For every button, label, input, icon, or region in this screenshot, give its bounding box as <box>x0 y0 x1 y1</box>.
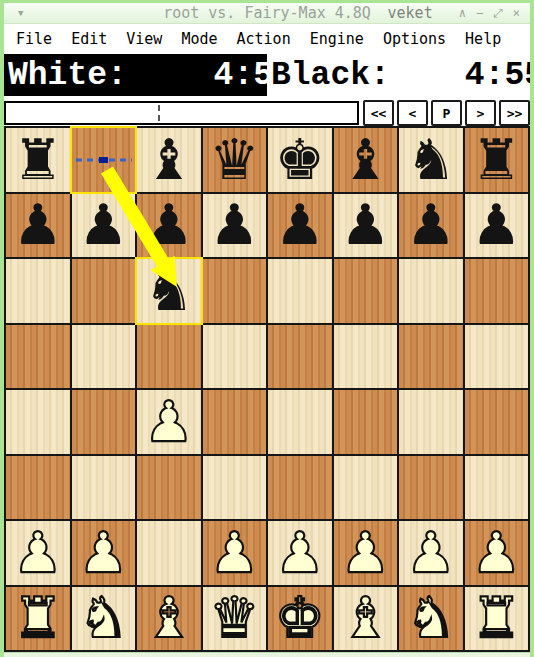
square-c1[interactable]: ♝ <box>137 587 201 651</box>
clock-row: White: 4:5 Black: 4:55 <box>4 54 530 96</box>
square-d8[interactable]: ♛ <box>203 128 267 192</box>
menu-item-mode[interactable]: Mode <box>174 30 224 48</box>
menu-bar: FileEditViewModeActionEngineOptionsHelp <box>4 24 530 54</box>
square-g8[interactable]: ♞ <box>399 128 463 192</box>
black-pawn[interactable]: ♟ <box>471 194 521 256</box>
square-b6[interactable] <box>72 259 136 323</box>
square-h1[interactable]: ♜ <box>465 587 529 651</box>
white-pawn[interactable]: ♟ <box>78 522 128 584</box>
white-pawn[interactable]: ♟ <box>144 391 194 453</box>
square-f2[interactable]: ♟ <box>334 521 398 585</box>
square-f6[interactable] <box>334 259 398 323</box>
window-menu-icon[interactable]: ▼ <box>18 8 23 18</box>
square-f1[interactable]: ♝ <box>334 587 398 651</box>
square-e2[interactable]: ♟ <box>268 521 332 585</box>
minimize-icon[interactable]: − <box>476 7 483 19</box>
square-a8[interactable]: ♜ <box>6 128 70 192</box>
square-e1[interactable]: ♚ <box>268 587 332 651</box>
close-icon[interactable]: × <box>513 7 520 19</box>
white-knight[interactable]: ♞ <box>78 587 128 649</box>
move-input[interactable]: 1... Nc6 <box>4 101 359 125</box>
window-content: FileEditViewModeActionEngineOptionsHelp … <box>4 24 530 652</box>
pause-button[interactable]: P <box>431 100 462 126</box>
square-e6[interactable] <box>268 259 332 323</box>
white-clock-time: 4:5 <box>214 57 267 94</box>
square-b3[interactable] <box>72 456 136 520</box>
square-f4[interactable] <box>334 390 398 454</box>
black-clock-label: Black: <box>271 57 390 94</box>
white-pawn[interactable]: ♟ <box>275 522 325 584</box>
square-d2[interactable]: ♟ <box>203 521 267 585</box>
square-c5[interactable] <box>137 325 201 389</box>
black-knight[interactable]: ♞ <box>144 260 194 322</box>
square-b7[interactable]: ♟ <box>72 194 136 258</box>
black-pawn[interactable]: ♟ <box>13 194 63 256</box>
square-d6[interactable] <box>203 259 267 323</box>
back-button[interactable]: < <box>397 100 428 126</box>
menu-item-view[interactable]: View <box>119 30 169 48</box>
white-king[interactable]: ♚ <box>275 587 325 649</box>
square-e7[interactable]: ♟ <box>268 194 332 258</box>
square-g5[interactable] <box>399 325 463 389</box>
white-rook[interactable]: ♜ <box>471 587 521 649</box>
square-c7[interactable]: ♟ <box>137 194 201 258</box>
black-pawn[interactable]: ♟ <box>144 194 194 256</box>
black-bishop[interactable]: ♝ <box>144 129 194 191</box>
status-strip <box>4 652 530 657</box>
menu-item-engine[interactable]: Engine <box>303 30 371 48</box>
to-end-button[interactable]: >> <box>499 100 530 126</box>
white-pawn[interactable]: ♟ <box>471 522 521 584</box>
white-queen[interactable]: ♛ <box>209 587 259 649</box>
square-e5[interactable] <box>268 325 332 389</box>
menu-item-help[interactable]: Help <box>458 30 508 48</box>
square-f3[interactable] <box>334 456 398 520</box>
square-h7[interactable]: ♟ <box>465 194 529 258</box>
square-f8[interactable]: ♝ <box>334 128 398 192</box>
square-g7[interactable]: ♟ <box>399 194 463 258</box>
black-clock: Black: 4:55 <box>267 54 530 96</box>
square-b5[interactable] <box>72 325 136 389</box>
black-king[interactable]: ♚ <box>275 129 325 191</box>
square-g2[interactable]: ♟ <box>399 521 463 585</box>
square-d1[interactable]: ♛ <box>203 587 267 651</box>
square-c6[interactable]: ♞ <box>137 259 201 323</box>
square-a4[interactable] <box>6 390 70 454</box>
square-b4[interactable] <box>72 390 136 454</box>
square-h5[interactable] <box>465 325 529 389</box>
black-pawn[interactable]: ♟ <box>340 194 390 256</box>
white-rook[interactable]: ♜ <box>13 587 63 649</box>
square-h2[interactable]: ♟ <box>465 521 529 585</box>
menu-item-action[interactable]: Action <box>230 30 298 48</box>
square-a2[interactable]: ♟ <box>6 521 70 585</box>
square-b8[interactable] <box>72 128 136 192</box>
square-c2[interactable] <box>137 521 201 585</box>
white-pawn[interactable]: ♟ <box>406 522 456 584</box>
white-clock-label: White: <box>8 57 127 94</box>
menu-item-file[interactable]: File <box>9 30 59 48</box>
white-knight[interactable]: ♞ <box>406 587 456 649</box>
square-h6[interactable] <box>465 259 529 323</box>
black-pawn[interactable]: ♟ <box>209 194 259 256</box>
white-pawn[interactable]: ♟ <box>13 522 63 584</box>
black-queen[interactable]: ♛ <box>209 129 259 191</box>
forward-button[interactable]: > <box>465 100 496 126</box>
text-cursor <box>158 105 160 121</box>
square-d5[interactable] <box>203 325 267 389</box>
to-start-button[interactable]: << <box>363 100 394 126</box>
black-clock-time: 4:55 <box>465 57 530 94</box>
black-knight[interactable]: ♞ <box>406 129 456 191</box>
square-d7[interactable]: ♟ <box>203 194 267 258</box>
square-a6[interactable] <box>6 259 70 323</box>
square-c8[interactable]: ♝ <box>137 128 201 192</box>
square-b1[interactable]: ♞ <box>72 587 136 651</box>
square-e4[interactable] <box>268 390 332 454</box>
nav-buttons: <<<P>>> <box>363 100 530 126</box>
title-bar: ▼ root vs. Fairy-Max 4.8Q veket ∧−⤢× <box>4 3 530 24</box>
black-pawn[interactable]: ♟ <box>406 194 456 256</box>
square-e8[interactable]: ♚ <box>268 128 332 192</box>
square-b2[interactable]: ♟ <box>72 521 136 585</box>
square-h8[interactable]: ♜ <box>465 128 529 192</box>
square-e3[interactable] <box>268 456 332 520</box>
square-h3[interactable] <box>465 456 529 520</box>
menu-item-options[interactable]: Options <box>376 30 453 48</box>
chess-board: ♜♝♛♚♝♞♜♟♟♟♟♟♟♟♟♞♟♟♟♟♟♟♟♟♜♞♝♛♚♝♞♜ <box>4 126 530 652</box>
square-g3[interactable] <box>399 456 463 520</box>
white-pawn[interactable]: ♟ <box>340 522 390 584</box>
square-h4[interactable] <box>465 390 529 454</box>
square-g1[interactable]: ♞ <box>399 587 463 651</box>
square-g6[interactable] <box>399 259 463 323</box>
white-pawn[interactable]: ♟ <box>209 522 259 584</box>
white-clock: White: 4:5 <box>4 54 267 96</box>
black-bishop[interactable]: ♝ <box>340 129 390 191</box>
white-bishop[interactable]: ♝ <box>340 587 390 649</box>
window-controls: ∧−⤢× <box>459 7 520 19</box>
move-row: 1... Nc6 <<<P>>> <box>4 100 530 126</box>
black-rook[interactable]: ♜ <box>13 129 63 191</box>
window-title: root vs. Fairy-Max 4.8Q <box>4 4 530 22</box>
white-bishop[interactable]: ♝ <box>144 587 194 649</box>
black-rook[interactable]: ♜ <box>471 129 521 191</box>
workspace-label: veket <box>388 4 433 22</box>
menu-item-edit[interactable]: Edit <box>64 30 114 48</box>
black-pawn[interactable]: ♟ <box>275 194 325 256</box>
square-c4[interactable]: ♟ <box>137 390 201 454</box>
square-a1[interactable]: ♜ <box>6 587 70 651</box>
square-c3[interactable] <box>137 456 201 520</box>
square-a7[interactable]: ♟ <box>6 194 70 258</box>
square-a5[interactable] <box>6 325 70 389</box>
square-f5[interactable] <box>334 325 398 389</box>
square-g4[interactable] <box>399 390 463 454</box>
maximize-icon[interactable]: ⤢ <box>493 7 503 19</box>
square-d3[interactable] <box>203 456 267 520</box>
square-a3[interactable] <box>6 456 70 520</box>
square-f7[interactable]: ♟ <box>334 194 398 258</box>
shade-icon[interactable]: ∧ <box>459 7 466 19</box>
square-d4[interactable] <box>203 390 267 454</box>
black-pawn[interactable]: ♟ <box>78 194 128 256</box>
